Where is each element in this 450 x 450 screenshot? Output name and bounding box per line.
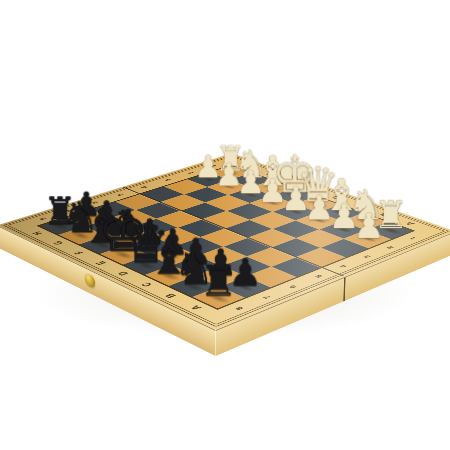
black-rook-glyph: ♜ bbox=[199, 260, 237, 303]
brass-clasp bbox=[84, 272, 94, 289]
clasp-knob-icon bbox=[84, 272, 94, 289]
white-pawn-glyph: ♟ bbox=[353, 208, 384, 243]
product-photo-background: HGFEDCBA HGFEDCBA 12345678 12345678 ♜♞♝♛… bbox=[0, 0, 450, 450]
scene: HGFEDCBA HGFEDCBA 12345678 12345678 ♜♞♝♛… bbox=[0, 0, 450, 450]
chess-board: HGFEDCBA HGFEDCBA 12345678 12345678 ♜♞♝♛… bbox=[0, 153, 450, 330]
